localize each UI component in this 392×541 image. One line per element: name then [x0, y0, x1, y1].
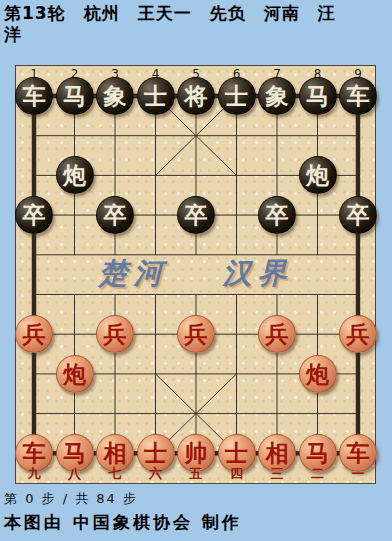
- board-point: [14, 116, 55, 156]
- piece-black-elephant: 象: [258, 77, 296, 115]
- board-point: 象: [95, 76, 136, 116]
- board-point: [257, 354, 298, 394]
- piece-red-soldier: 兵: [339, 315, 377, 353]
- board-point: 士: [135, 76, 176, 116]
- piece-black-soldier: 卒: [258, 196, 296, 234]
- piece-red-soldier: 兵: [15, 315, 53, 353]
- piece-black-advisor: 士: [137, 77, 175, 115]
- piece-black-cannon: 炮: [56, 156, 94, 194]
- board-point: [297, 275, 338, 315]
- board-point: [176, 394, 217, 434]
- step-counter: 第 0 步 / 共 84 步: [4, 490, 138, 508]
- piece-black-advisor: 士: [218, 77, 256, 115]
- board-point: [216, 394, 257, 434]
- board-point: [95, 354, 136, 394]
- file-numeral-label: 七: [95, 466, 136, 481]
- board-point: [257, 156, 298, 196]
- xiangqi-board: 123456789 楚河 汉界 车马象士将士象马车炮炮卒卒卒卒卒兵兵兵兵兵炮炮车…: [15, 65, 376, 484]
- board-point: [216, 156, 257, 196]
- board-point: 炮: [54, 156, 95, 196]
- board-point: [135, 275, 176, 315]
- board-point: [54, 275, 95, 315]
- board-point: 兵: [14, 314, 55, 354]
- piece-black-chariot: 车: [339, 77, 377, 115]
- file-numeral-label: 五: [176, 466, 217, 481]
- file-numeral-label: 三: [257, 466, 298, 481]
- file-numeral-label: 二: [297, 466, 338, 481]
- board-point: [216, 195, 257, 235]
- board-point: [216, 116, 257, 156]
- piece-black-horse: 马: [56, 77, 94, 115]
- board-point: [297, 314, 338, 354]
- board-point: [176, 275, 217, 315]
- board-point: [176, 156, 217, 196]
- board-point: [95, 275, 136, 315]
- board-point: [135, 354, 176, 394]
- board-point: [135, 235, 176, 275]
- bottom-file-labels: 九八七六五四三二一: [14, 466, 379, 481]
- board-point: [14, 394, 55, 434]
- board-point: [14, 156, 55, 196]
- board-point: [338, 235, 379, 275]
- board-point: [14, 235, 55, 275]
- board-point: [54, 195, 95, 235]
- board-point: [54, 314, 95, 354]
- board-point: [338, 156, 379, 196]
- board-point: 卒: [338, 195, 379, 235]
- board-point: [216, 314, 257, 354]
- board-point: [257, 394, 298, 434]
- board-point: [216, 354, 257, 394]
- board-point: [338, 275, 379, 315]
- board-point: 马: [54, 76, 95, 116]
- board-point: 卒: [95, 195, 136, 235]
- board-point: [135, 314, 176, 354]
- piece-black-chariot: 车: [15, 77, 53, 115]
- board-point: 卒: [14, 195, 55, 235]
- piece-black-soldier: 卒: [96, 196, 134, 234]
- piece-black-elephant: 象: [96, 77, 134, 115]
- board-point: 车: [338, 76, 379, 116]
- board-point: 象: [257, 76, 298, 116]
- board-point: 兵: [95, 314, 136, 354]
- file-numeral-label: 八: [54, 466, 95, 481]
- board-point: 车: [14, 76, 55, 116]
- board-point: [338, 116, 379, 156]
- board-point: [176, 354, 217, 394]
- board-point: [297, 195, 338, 235]
- piece-black-soldier: 卒: [177, 196, 215, 234]
- board-point: 卒: [257, 195, 298, 235]
- board-point: [95, 235, 136, 275]
- board-point: 炮: [297, 156, 338, 196]
- pieces-grid: 车马象士将士象马车炮炮卒卒卒卒卒兵兵兵兵兵炮炮车马相士帅士相马车: [14, 76, 379, 473]
- board-point: 兵: [176, 314, 217, 354]
- board-point: [54, 394, 95, 434]
- board-point: [135, 394, 176, 434]
- board-point: [95, 156, 136, 196]
- piece-red-cannon: 炮: [56, 355, 94, 393]
- board-point: 士: [216, 76, 257, 116]
- board-point: 炮: [54, 354, 95, 394]
- board-point: [95, 116, 136, 156]
- piece-red-cannon: 炮: [299, 355, 337, 393]
- piece-red-soldier: 兵: [96, 315, 134, 353]
- board-point: [338, 354, 379, 394]
- piece-black-soldier: 卒: [339, 196, 377, 234]
- board-point: [297, 394, 338, 434]
- board-point: [135, 195, 176, 235]
- board-point: [257, 116, 298, 156]
- board-point: [257, 275, 298, 315]
- board-point: [176, 235, 217, 275]
- piece-black-horse: 马: [299, 77, 337, 115]
- board-point: [176, 116, 217, 156]
- board-point: 兵: [257, 314, 298, 354]
- match-title: 第13轮 杭州 王天一 先负 河南 汪 洋: [4, 3, 390, 45]
- board-point: [216, 235, 257, 275]
- board-point: 兵: [338, 314, 379, 354]
- file-numeral-label: 一: [338, 466, 379, 481]
- board-point: [135, 156, 176, 196]
- board-point: 卒: [176, 195, 217, 235]
- board-point: [135, 116, 176, 156]
- board-point: 马: [297, 76, 338, 116]
- piece-black-cannon: 炮: [299, 156, 337, 194]
- board-point: [297, 116, 338, 156]
- piece-red-soldier: 兵: [177, 315, 215, 353]
- board-point: 将: [176, 76, 217, 116]
- board-point: [216, 275, 257, 315]
- board-point: [95, 394, 136, 434]
- board-point: [54, 235, 95, 275]
- board-point: 炮: [297, 354, 338, 394]
- board-point: [14, 354, 55, 394]
- piece-red-soldier: 兵: [258, 315, 296, 353]
- file-numeral-label: 四: [216, 466, 257, 481]
- board-point: [257, 235, 298, 275]
- piece-black-general: 将: [177, 77, 215, 115]
- file-numeral-label: 九: [14, 466, 55, 481]
- file-numeral-label: 六: [135, 466, 176, 481]
- board-point: [14, 275, 55, 315]
- board-point: [54, 116, 95, 156]
- piece-black-soldier: 卒: [15, 196, 53, 234]
- board-point: [297, 235, 338, 275]
- credit-caption: 本图由 中国象棋协会 制作: [4, 511, 242, 534]
- board-point: [338, 394, 379, 434]
